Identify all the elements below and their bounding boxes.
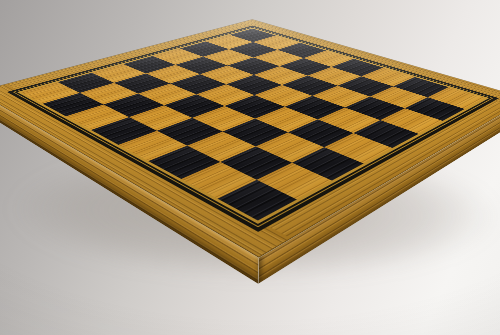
perspective-scene xyxy=(0,0,500,335)
board-square xyxy=(43,93,104,116)
board-square xyxy=(192,106,255,132)
board-square xyxy=(256,132,324,162)
chessboard xyxy=(0,19,500,258)
frame-strip-near-right xyxy=(0,84,290,256)
photo-background xyxy=(0,0,500,335)
board-square xyxy=(218,180,297,221)
board-square xyxy=(225,95,285,119)
board-square xyxy=(157,118,223,146)
board-square xyxy=(380,108,442,134)
board-square xyxy=(345,97,405,121)
board-square xyxy=(129,105,192,131)
frame-strip-near-left xyxy=(258,98,500,238)
board-square xyxy=(324,133,392,163)
board-square xyxy=(353,120,418,148)
board-square xyxy=(292,147,364,180)
board-square xyxy=(164,94,224,118)
board-square xyxy=(285,96,345,120)
board-square xyxy=(66,104,129,129)
board-square xyxy=(405,97,465,121)
board-square xyxy=(318,107,381,133)
board-square xyxy=(220,146,292,179)
board-top-face xyxy=(0,19,500,258)
camera-roll-wrapper xyxy=(0,0,500,335)
board-square xyxy=(91,117,157,145)
board-square xyxy=(181,162,256,199)
board-square xyxy=(118,131,187,161)
board-square xyxy=(103,94,164,117)
board-square xyxy=(187,132,256,162)
board-square xyxy=(255,107,318,133)
board-square xyxy=(288,119,353,147)
board-square xyxy=(148,146,220,179)
board-square xyxy=(223,119,289,147)
board-square xyxy=(257,163,332,200)
playfield xyxy=(21,29,485,221)
